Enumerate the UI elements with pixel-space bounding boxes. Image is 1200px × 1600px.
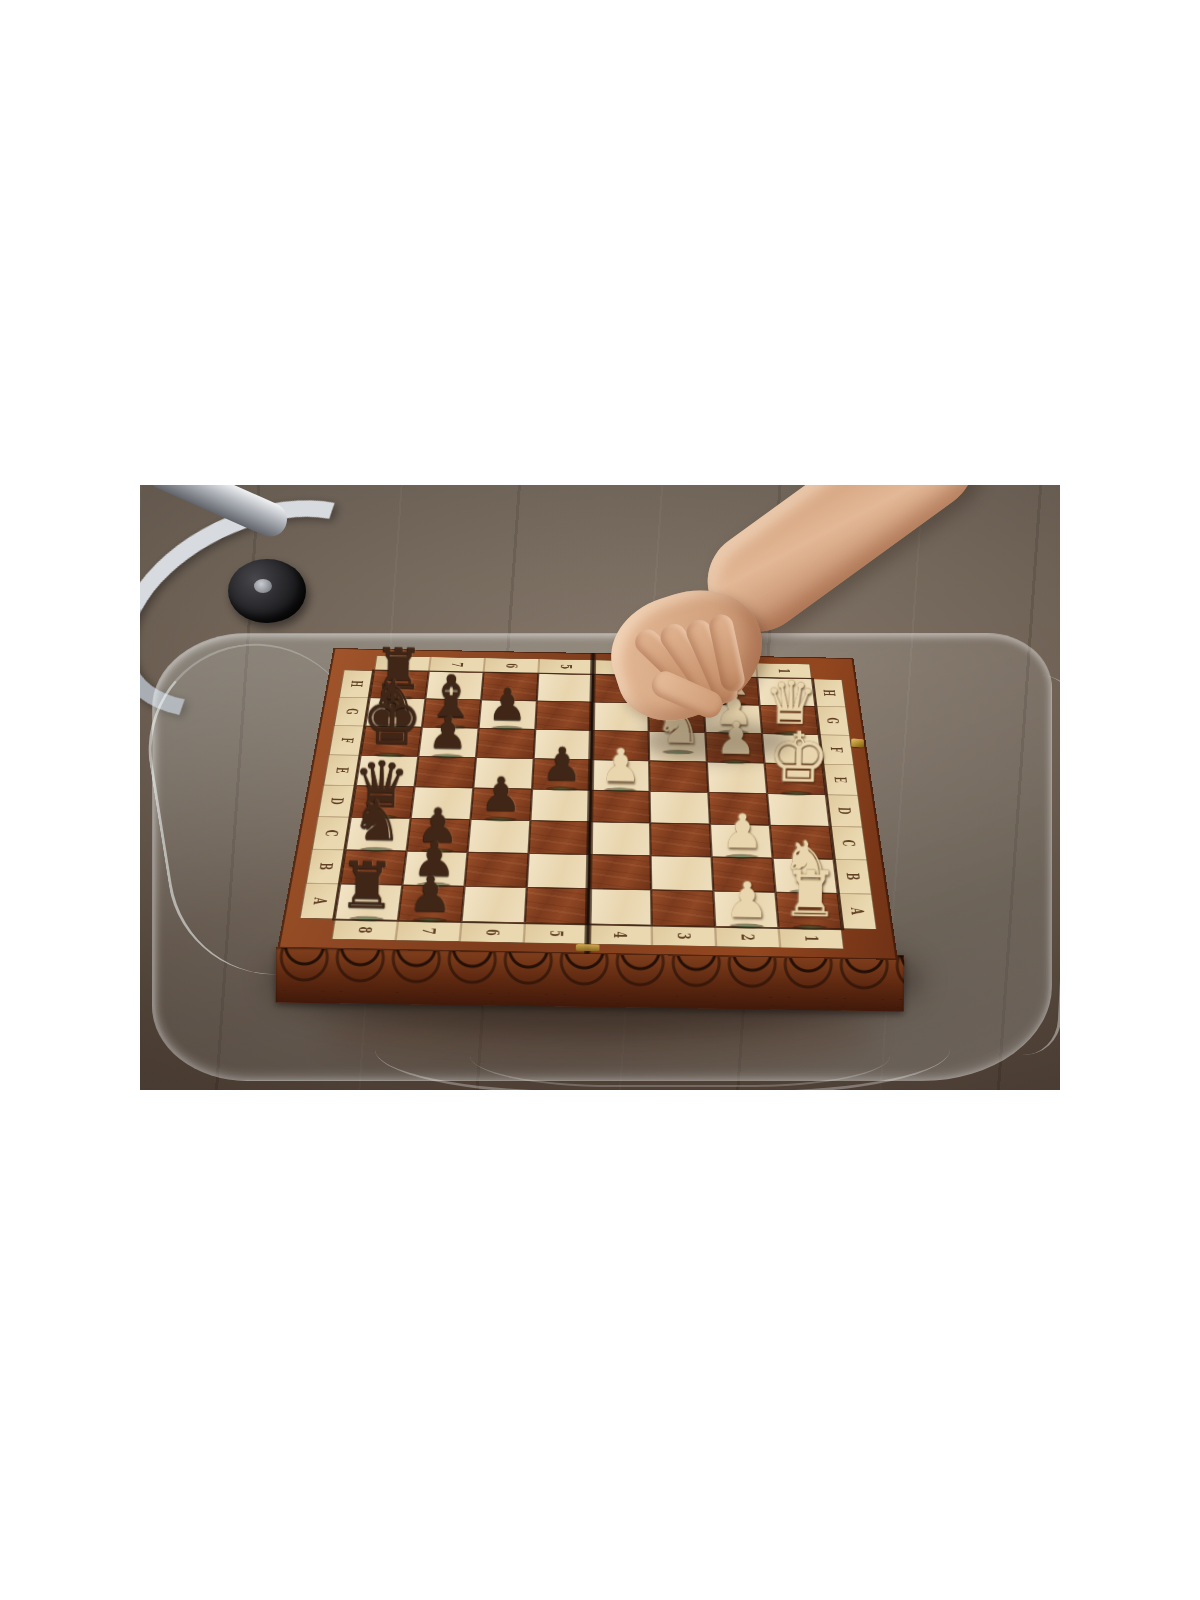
coord-label-2: 2	[738, 934, 757, 941]
square-g5	[535, 701, 592, 730]
coord-label-6: 6	[503, 663, 519, 668]
square-f6	[476, 728, 535, 758]
coord-label-D: D	[835, 807, 853, 814]
black-pawn-f7: ♟	[419, 710, 478, 756]
photo-scene: 87654321 87654321 HGFEDCBA HGFEDCBA ♜♝♞♝…	[140, 485, 1060, 1090]
coord-cell: 1	[779, 928, 845, 950]
coord-label-1: 1	[801, 935, 821, 942]
square-h5	[537, 674, 593, 702]
coord-label-A: A	[310, 897, 330, 904]
square-a4	[588, 889, 651, 926]
black-king-f8: ♚	[361, 685, 420, 754]
black-pawn-g6: ♟	[479, 683, 536, 728]
coord-label-E: E	[831, 776, 849, 782]
coord-label-8: 8	[355, 926, 375, 933]
coord-label-H: H	[820, 689, 837, 696]
coord-label-7: 7	[419, 928, 439, 935]
coord-label-C: C	[839, 839, 858, 846]
coord-cell: 3	[652, 925, 716, 947]
coord-label-6: 6	[483, 929, 502, 936]
square-c2: ♟	[710, 824, 773, 858]
coord-label-F: F	[828, 747, 846, 753]
coord-cell: D	[826, 795, 863, 827]
square-d4	[590, 790, 650, 823]
square-e3	[649, 761, 708, 793]
square-d5	[530, 789, 590, 822]
square-g6: ♟	[479, 700, 537, 729]
square-e1: ♚	[765, 763, 826, 795]
coord-label-D: D	[327, 797, 346, 804]
coord-label-B: B	[843, 873, 862, 881]
brass-clasp	[851, 738, 864, 747]
square-c4	[590, 822, 651, 856]
coord-label-5: 5	[547, 930, 566, 937]
coord-cell: 6	[460, 922, 525, 943]
square-a7: ♟	[398, 885, 465, 922]
square-c6	[468, 819, 531, 853]
square-b4	[589, 855, 651, 890]
square-a1: ♜	[775, 892, 841, 929]
black-knight-c8: ♞	[346, 792, 408, 850]
board-scene: 87654321 87654321 HGFEDCBA HGFEDCBA ♜♝♞♝…	[327, 648, 854, 1018]
square-a5	[525, 887, 589, 924]
black-pawn-e5: ♟	[532, 742, 592, 789]
coord-cell: 5	[538, 659, 593, 675]
brass-hinge	[576, 944, 600, 951]
black-rook-a8: ♜	[335, 854, 400, 919]
coord-label-4: 4	[610, 931, 629, 938]
coord-cell: 4	[588, 924, 652, 946]
coord-label-5: 5	[558, 664, 574, 669]
coord-label-E: E	[333, 767, 351, 773]
square-a6	[461, 886, 526, 923]
coord-cell: 8	[331, 919, 398, 940]
chair-caster-wheel	[228, 559, 306, 623]
black-pawn-a7: ♟	[398, 869, 462, 919]
square-a2: ♟	[713, 891, 778, 928]
coord-label-G: G	[343, 708, 361, 715]
coord-cell: C	[312, 817, 351, 850]
coord-cell: 2	[715, 926, 780, 948]
white-rook-a1: ♜	[778, 862, 843, 927]
coord-label-B: B	[316, 862, 336, 870]
square-d6: ♟	[470, 788, 532, 821]
square-e5: ♟	[532, 759, 591, 791]
square-c5	[529, 821, 591, 855]
square-a3	[651, 890, 715, 927]
square-f7: ♟	[418, 727, 478, 757]
coord-label-A: A	[847, 908, 867, 916]
white-pawn-c2: ♟	[711, 808, 773, 857]
coord-label-F: F	[338, 737, 356, 743]
page: { "game": "chess", "position": { "fen": …	[0, 0, 1200, 1600]
coord-cell: A	[838, 893, 877, 929]
coord-cell: 7	[395, 920, 461, 941]
coord-label-3: 3	[674, 933, 693, 940]
square-c3	[650, 823, 712, 857]
square-b3	[651, 856, 714, 891]
square-e7	[415, 756, 476, 788]
square-b5	[527, 853, 590, 888]
white-pawn-e4: ♟	[591, 743, 651, 790]
square-c8: ♞	[346, 817, 411, 851]
square-a8: ♜	[335, 884, 403, 921]
white-pawn-a2: ♟	[715, 875, 779, 925]
square-d1	[767, 794, 830, 827]
square-e2	[707, 762, 767, 794]
coord-cell: 6	[484, 658, 540, 674]
square-d3	[650, 791, 710, 824]
black-pawn-d6: ♟	[471, 771, 532, 819]
square-b6	[465, 852, 529, 887]
coord-label-C: C	[322, 830, 341, 837]
coord-cell: 5	[524, 923, 589, 945]
square-e4: ♟	[591, 760, 650, 792]
board-surface: 87654321 87654321 HGFEDCBA HGFEDCBA ♜♝♞♝…	[277, 648, 898, 960]
hand-shadow	[640, 721, 790, 761]
glass-edge-front-2	[470, 1025, 890, 1087]
